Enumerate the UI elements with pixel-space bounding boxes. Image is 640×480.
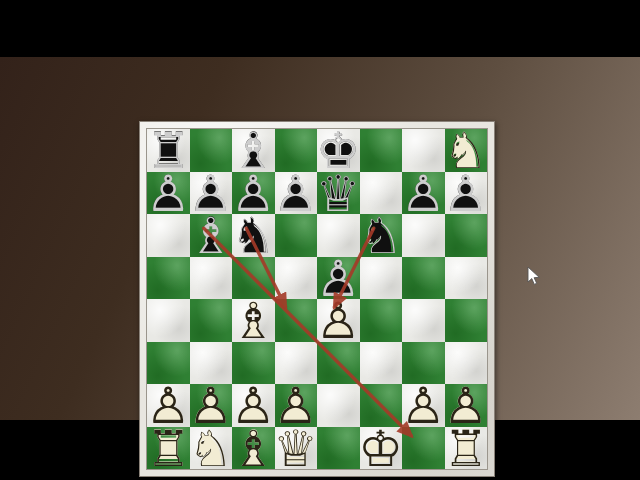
square-b5[interactable] (190, 257, 233, 300)
background: ♜♖♝♗♚♔♞♘♟♙♟♙♟♙♟♙♛♕♟♙♟♙♝♗♞♘♞♘♟♙♝♗♟♙♟♙♟♙♟♙… (0, 57, 640, 420)
square-a5[interactable] (147, 257, 190, 300)
square-e1[interactable] (317, 427, 360, 470)
square-b6[interactable]: ♝♗ (190, 214, 233, 257)
chess-board-frame: ♜♖♝♗♚♔♞♘♟♙♟♙♟♙♟♙♛♕♟♙♟♙♝♗♞♘♞♘♟♙♝♗♟♙♟♙♟♙♟♙… (139, 121, 495, 477)
video-frame: { "game": "chess", "position": { "fen": … (0, 0, 640, 480)
piece-white-rook[interactable]: ♜♖ (147, 427, 190, 470)
piece-black-queen[interactable]: ♛♕ (317, 172, 360, 215)
square-c1[interactable]: ♝♗ (232, 427, 275, 470)
piece-black-pawn[interactable]: ♟♙ (445, 172, 488, 215)
square-h5[interactable] (445, 257, 488, 300)
square-d5[interactable] (275, 257, 318, 300)
piece-black-pawn[interactable]: ♟♙ (147, 172, 190, 215)
piece-black-pawn[interactable]: ♟♙ (275, 172, 318, 215)
piece-white-king[interactable]: ♚♔ (360, 427, 403, 470)
square-a7[interactable]: ♟♙ (147, 172, 190, 215)
square-f4[interactable] (360, 299, 403, 342)
square-f5[interactable] (360, 257, 403, 300)
square-h6[interactable] (445, 214, 488, 257)
square-e2[interactable] (317, 384, 360, 427)
square-e4[interactable]: ♟♙ (317, 299, 360, 342)
square-h1[interactable]: ♜♖ (445, 427, 488, 470)
square-e7[interactable]: ♛♕ (317, 172, 360, 215)
square-a6[interactable] (147, 214, 190, 257)
piece-white-bishop[interactable]: ♝♗ (232, 299, 275, 342)
square-g4[interactable] (402, 299, 445, 342)
square-c6[interactable]: ♞♘ (232, 214, 275, 257)
square-g5[interactable] (402, 257, 445, 300)
square-f3[interactable] (360, 342, 403, 385)
piece-white-pawn[interactable]: ♟♙ (402, 384, 445, 427)
square-g6[interactable] (402, 214, 445, 257)
square-f6[interactable]: ♞♘ (360, 214, 403, 257)
chess-board: ♜♖♝♗♚♔♞♘♟♙♟♙♟♙♟♙♛♕♟♙♟♙♝♗♞♘♞♘♟♙♝♗♟♙♟♙♟♙♟♙… (147, 129, 487, 469)
square-a1[interactable]: ♜♖ (147, 427, 190, 470)
piece-white-bishop[interactable]: ♝♗ (232, 427, 275, 470)
square-b4[interactable] (190, 299, 233, 342)
square-c4[interactable]: ♝♗ (232, 299, 275, 342)
square-d1[interactable]: ♛♕ (275, 427, 318, 470)
square-g2[interactable]: ♟♙ (402, 384, 445, 427)
square-d7[interactable]: ♟♙ (275, 172, 318, 215)
piece-black-pawn[interactable]: ♟♙ (402, 172, 445, 215)
square-b1[interactable]: ♞♘ (190, 427, 233, 470)
square-f1[interactable]: ♚♔ (360, 427, 403, 470)
piece-white-queen[interactable]: ♛♕ (275, 427, 318, 470)
square-d6[interactable] (275, 214, 318, 257)
square-f8[interactable] (360, 129, 403, 172)
square-e3[interactable] (317, 342, 360, 385)
piece-black-knight[interactable]: ♞♘ (360, 214, 403, 257)
square-h7[interactable]: ♟♙ (445, 172, 488, 215)
piece-black-bishop[interactable]: ♝♗ (190, 214, 233, 257)
square-g7[interactable]: ♟♙ (402, 172, 445, 215)
piece-white-rook[interactable]: ♜♖ (445, 427, 488, 470)
square-a4[interactable] (147, 299, 190, 342)
square-h4[interactable] (445, 299, 488, 342)
piece-white-pawn[interactable]: ♟♙ (317, 299, 360, 342)
piece-white-knight[interactable]: ♞♘ (190, 427, 233, 470)
square-d4[interactable] (275, 299, 318, 342)
square-g1[interactable] (402, 427, 445, 470)
piece-black-knight[interactable]: ♞♘ (232, 214, 275, 257)
